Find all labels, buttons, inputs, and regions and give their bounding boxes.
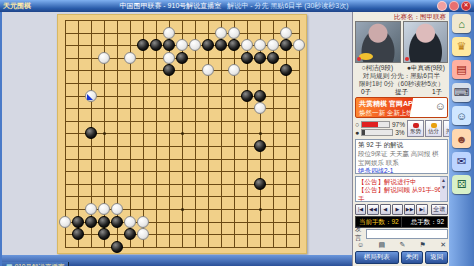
vote-panel: ○ 97% ● 3% 形势估分押分	[353, 119, 450, 138]
black-stone[interactable]	[241, 90, 253, 102]
white-stone[interactable]	[280, 27, 292, 39]
player-names: ○柯洁(9段) ●申真谞(9段)	[353, 63, 450, 72]
black-stone[interactable]	[254, 178, 266, 190]
star-point	[259, 132, 262, 135]
room-tab[interactable]: ▦ 910号解说直播室	[2, 262, 69, 266]
black-stone[interactable]	[254, 90, 266, 102]
announcement-box[interactable]: ▲▼ 【公告】解说进行中【公告】解说回顾 从91手-96手	[355, 176, 448, 202]
white-stone[interactable]	[215, 27, 227, 39]
white-stone[interactable]	[137, 228, 149, 240]
white-stone[interactable]	[163, 27, 175, 39]
nav-button[interactable]: |◀	[355, 204, 366, 215]
minimize-button[interactable]	[437, 1, 447, 11]
title-bar: 天元围棋 中国围甲联赛 - 910号解说直播室 解说中 - 分先 黑贴6目半 (…	[0, 0, 474, 12]
black-stone[interactable]	[176, 52, 188, 64]
chat-line: 第 92 手 的解说	[358, 141, 445, 150]
bottom-button-棋局列表[interactable]: 棋局列表	[355, 251, 399, 264]
captures-line: 0子 提子 1子	[353, 88, 450, 96]
room-tab-label: 910号解说直播室	[15, 263, 65, 266]
white-stone[interactable]	[163, 52, 175, 64]
time-line: 限时1时 0分（60秒读秒5次）	[353, 80, 450, 88]
full-record-button[interactable]: 全谱	[431, 204, 448, 215]
games-icon[interactable]: ⚄	[452, 175, 471, 194]
bottom-button-返回[interactable]: 返回	[425, 251, 448, 264]
white-stone[interactable]	[124, 52, 136, 64]
ad-banner[interactable]: 共赏精棋 官网APP 焕然一新 全新上线 ☺	[355, 97, 448, 118]
window-title: 中国围甲联赛 - 910号解说直播室 解说中 - 分先 黑贴6目半 (30秒读秒…	[31, 0, 437, 12]
mini-button-估分[interactable]: 估分	[425, 120, 442, 137]
nav-button[interactable]: ▶	[392, 204, 403, 215]
black-stone[interactable]	[72, 216, 84, 228]
go-grid[interactable]	[65, 20, 300, 248]
home-icon[interactable]: ⌂	[452, 14, 471, 33]
black-stone[interactable]	[137, 39, 149, 51]
exit-icon[interactable]: ✕	[440, 240, 446, 249]
nav-button[interactable]: ▶|	[416, 204, 427, 215]
edit-icon[interactable]: ✎	[399, 240, 405, 249]
window-controls: ✕	[437, 1, 471, 11]
lobby-icon-strip: ⌂♛▤⌨☺☻✉⚄	[449, 12, 474, 266]
star-point	[181, 208, 184, 211]
bottom-button-关闭[interactable]: 关闭	[401, 251, 424, 264]
black-vote-row: ● 3%	[355, 129, 405, 137]
white-vote-pct: 97%	[392, 121, 405, 128]
black-stone[interactable]	[124, 228, 136, 240]
black-stone-icon: ●	[355, 129, 359, 136]
app-logo: 天元围棋	[3, 0, 31, 12]
chat-log[interactable]: 第 92 手 的解说段位9保证 天天赢 高回报 棋宝网娱乐 联系绝杀四战2-1	[355, 139, 448, 174]
black-vote-bar	[361, 129, 393, 136]
black-stone[interactable]	[280, 64, 292, 76]
white-vote-row: ○ 97%	[355, 121, 405, 129]
close-button[interactable]: ✕	[461, 1, 471, 11]
white-stone[interactable]	[98, 52, 110, 64]
scrollbar[interactable]: ▲▼	[440, 177, 447, 201]
flower-icon	[357, 57, 361, 61]
ad-mascot-icon: ☺	[435, 100, 446, 112]
chat-icon[interactable]: ✉	[452, 152, 471, 171]
black-stone[interactable]	[85, 216, 97, 228]
nav-button[interactable]: ◀◀	[367, 204, 378, 215]
copy-sgf-icon[interactable]: ▤	[378, 240, 385, 249]
black-player-photo	[403, 21, 449, 63]
tool-bar: ☺▤✎⚑✕	[353, 239, 450, 250]
room-title: 中国围甲联赛 - 910号解说直播室	[119, 2, 221, 9]
vote-bars: ○ 97% ● 3%	[355, 121, 405, 137]
flag-icon[interactable]: ⚑	[420, 240, 426, 249]
white-stone[interactable]	[228, 27, 240, 39]
rule-line: 对局规则 分先：黑贴6目半	[353, 72, 450, 80]
black-stone[interactable]	[98, 228, 110, 240]
white-stone[interactable]	[124, 216, 136, 228]
white-stone[interactable]	[228, 64, 240, 76]
black-stone[interactable]	[267, 52, 279, 64]
white-stone[interactable]	[254, 39, 266, 51]
captures-label: 提子	[395, 88, 408, 96]
white-stone[interactable]	[254, 102, 266, 114]
white-stone[interactable]	[98, 203, 110, 215]
ad-line2: 焕然一新 全新上线	[359, 109, 444, 118]
nav-button[interactable]: ◀	[380, 204, 391, 215]
white-player-photo	[355, 21, 401, 63]
white-stone[interactable]	[111, 203, 123, 215]
sidebar: 比赛名：围甲联赛 ○柯洁(9段) ●申真谞(9段) 对局规则 分先：黑贴6目半 …	[352, 12, 450, 266]
robot-icon[interactable]: ☺	[452, 106, 471, 125]
announcement-line: 【公告】解说回顾 从91手-96手	[358, 186, 445, 202]
white-stone[interactable]	[176, 39, 188, 51]
friends-icon[interactable]: ☻	[452, 129, 471, 148]
mini-button-形势[interactable]: 形势	[407, 120, 424, 137]
maximize-button[interactable]	[449, 1, 459, 11]
room-tab-bar: ▦ 910号解说直播室	[2, 255, 352, 266]
white-stone[interactable]	[59, 216, 71, 228]
ad-line1: 共赏精棋 官网APP	[359, 99, 444, 109]
white-stone[interactable]	[85, 90, 97, 102]
emoticon-icon[interactable]: ☺	[357, 240, 364, 249]
black-stone[interactable]	[202, 39, 214, 51]
white-captures: 0子	[361, 88, 371, 96]
black-stone[interactable]	[72, 228, 84, 240]
button-label: 估分	[428, 128, 439, 135]
black-stone[interactable]	[254, 52, 266, 64]
board-panel	[2, 12, 352, 255]
black-stone[interactable]	[85, 127, 97, 139]
black-stone[interactable]	[280, 39, 292, 51]
shop-icon[interactable]: ▤	[452, 60, 471, 79]
total-move-count: 总手数：92	[401, 217, 447, 227]
star-point	[181, 132, 184, 135]
white-stone[interactable]	[85, 203, 97, 215]
last-move-marker	[87, 94, 93, 100]
white-stone-icon: ○	[355, 121, 359, 128]
black-stone[interactable]	[163, 39, 175, 51]
white-stone[interactable]	[293, 39, 305, 51]
black-stone[interactable]	[241, 52, 253, 64]
white-stone[interactable]	[189, 39, 201, 51]
nav-button[interactable]: ▶▶	[404, 204, 415, 215]
photo-decor	[359, 53, 373, 60]
move-counter-bar: 当前手数：92 总手数：92	[355, 216, 448, 228]
flower-icon	[405, 57, 409, 61]
white-stone[interactable]	[202, 64, 214, 76]
chat-line: 段位9保证 天天赢 高回报 棋宝网娱乐 联系	[358, 150, 445, 168]
computer-icon[interactable]: ⌨	[452, 83, 471, 102]
black-player-name: ●申真谞(9段)	[402, 63, 451, 72]
chat-line: 绝杀四战2-1	[358, 167, 445, 174]
crown-icon[interactable]: ♛	[452, 37, 471, 56]
chat-input[interactable]	[366, 229, 448, 239]
black-stone[interactable]	[215, 39, 227, 51]
black-stone[interactable]	[163, 64, 175, 76]
black-stone[interactable]	[111, 216, 123, 228]
black-stone[interactable]	[228, 39, 240, 51]
star-point	[103, 132, 106, 135]
white-player-name: ○柯洁(9段)	[353, 63, 402, 72]
player-photos	[353, 21, 450, 63]
move-nav-bar: |◀◀◀◀▶▶▶▶|全谱	[353, 203, 450, 216]
black-stone[interactable]	[98, 216, 110, 228]
white-stone[interactable]	[241, 39, 253, 51]
match-name: 比赛名：围甲联赛	[353, 12, 450, 21]
white-vote-bar	[361, 121, 390, 128]
star-point	[259, 208, 262, 211]
announcement-line: 【公告】解说进行中	[358, 178, 445, 186]
go-board[interactable]	[57, 14, 307, 254]
room-status: 解说中 - 分先 黑贴6目半 (30秒读秒3次)	[227, 2, 348, 9]
white-stone[interactable]	[267, 39, 279, 51]
black-stone[interactable]	[111, 241, 123, 253]
white-stone[interactable]	[137, 216, 149, 228]
bottom-buttons: 棋局列表关闭返回	[353, 250, 450, 266]
black-vote-pct: 3%	[395, 129, 404, 136]
button-label: 形势	[410, 128, 421, 135]
black-captures: 1子	[432, 88, 442, 96]
black-stone[interactable]	[150, 39, 162, 51]
say-row: 发言	[353, 228, 450, 239]
black-stone[interactable]	[254, 140, 266, 152]
app-window: 天元围棋 中国围甲联赛 - 910号解说直播室 解说中 - 分先 黑贴6目半 (…	[0, 0, 474, 266]
